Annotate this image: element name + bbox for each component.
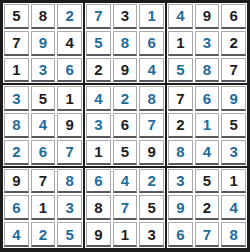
sudoku-box-2: 731586294 [84, 2, 166, 84]
sudoku-box-1: 582794136 [2, 2, 84, 84]
cell-r9c2[interactable]: 2 [31, 222, 56, 247]
cell-r3c9[interactable]: 7 [221, 58, 246, 83]
cell-r2c2[interactable]: 9 [31, 31, 56, 56]
cell-r6c7[interactable]: 8 [168, 140, 193, 165]
cell-r7c5[interactable]: 4 [113, 169, 138, 194]
cell-r7c3[interactable]: 8 [57, 169, 82, 194]
cell-r2c5[interactable]: 8 [113, 31, 138, 56]
cell-r8c3[interactable]: 3 [57, 195, 82, 220]
cell-r1c7[interactable]: 4 [168, 4, 193, 29]
cell-r6c2[interactable]: 6 [31, 140, 56, 165]
cell-r9c8[interactable]: 7 [195, 222, 220, 247]
cell-r3c6[interactable]: 4 [139, 58, 164, 83]
sudoku-box-3: 496132587 [166, 2, 248, 84]
cell-r1c9[interactable]: 6 [221, 4, 246, 29]
cell-r4c4[interactable]: 4 [86, 86, 111, 111]
cell-r6c1[interactable]: 2 [4, 140, 29, 165]
sudoku-box-8: 642875913 [84, 167, 166, 249]
cell-r7c1[interactable]: 9 [4, 169, 29, 194]
cell-r5c1[interactable]: 8 [4, 113, 29, 138]
cell-r7c2[interactable]: 7 [31, 169, 56, 194]
cell-r7c7[interactable]: 3 [168, 169, 193, 194]
cell-r2c3[interactable]: 4 [57, 31, 82, 56]
cell-r5c2[interactable]: 4 [31, 113, 56, 138]
sudoku-board: 5827941367315862944961325873518492674283… [0, 0, 250, 252]
cell-r7c6[interactable]: 2 [139, 169, 164, 194]
cell-r2c7[interactable]: 1 [168, 31, 193, 56]
cell-r3c7[interactable]: 5 [168, 58, 193, 83]
cell-r8c4[interactable]: 8 [86, 195, 111, 220]
cell-r9c3[interactable]: 5 [57, 222, 82, 247]
cell-r3c8[interactable]: 8 [195, 58, 220, 83]
cell-r1c2[interactable]: 8 [31, 4, 56, 29]
sudoku-box-6: 769215843 [166, 84, 248, 166]
cell-r5c5[interactable]: 6 [113, 113, 138, 138]
cell-r6c9[interactable]: 3 [221, 140, 246, 165]
cell-r9c6[interactable]: 3 [139, 222, 164, 247]
sudoku-box-7: 978613425 [2, 167, 84, 249]
cell-r6c4[interactable]: 1 [86, 140, 111, 165]
cell-r3c1[interactable]: 1 [4, 58, 29, 83]
cell-r1c5[interactable]: 3 [113, 4, 138, 29]
cell-r9c4[interactable]: 9 [86, 222, 111, 247]
cell-r6c8[interactable]: 4 [195, 140, 220, 165]
cell-r5c9[interactable]: 5 [221, 113, 246, 138]
cell-r1c8[interactable]: 9 [195, 4, 220, 29]
sudoku-box-9: 351924678 [166, 167, 248, 249]
cell-r4c3[interactable]: 1 [57, 86, 82, 111]
cell-r1c3[interactable]: 2 [57, 4, 82, 29]
cell-r4c7[interactable]: 7 [168, 86, 193, 111]
cell-r1c4[interactable]: 7 [86, 4, 111, 29]
cell-r2c1[interactable]: 7 [4, 31, 29, 56]
sudoku-box-5: 428367159 [84, 84, 166, 166]
cell-r2c4[interactable]: 5 [86, 31, 111, 56]
cell-r4c6[interactable]: 8 [139, 86, 164, 111]
cell-r7c4[interactable]: 6 [86, 169, 111, 194]
cell-r8c9[interactable]: 4 [221, 195, 246, 220]
cell-r4c1[interactable]: 3 [4, 86, 29, 111]
cell-r4c8[interactable]: 6 [195, 86, 220, 111]
cell-r8c2[interactable]: 1 [31, 195, 56, 220]
cell-r1c1[interactable]: 5 [4, 4, 29, 29]
cell-r5c7[interactable]: 2 [168, 113, 193, 138]
cell-r9c5[interactable]: 1 [113, 222, 138, 247]
sudoku-box-4: 351849267 [2, 84, 84, 166]
cell-r3c2[interactable]: 3 [31, 58, 56, 83]
cell-r8c8[interactable]: 2 [195, 195, 220, 220]
cell-r7c9[interactable]: 1 [221, 169, 246, 194]
cell-r3c5[interactable]: 9 [113, 58, 138, 83]
cell-r8c5[interactable]: 7 [113, 195, 138, 220]
cell-r3c4[interactable]: 2 [86, 58, 111, 83]
cell-r3c3[interactable]: 6 [57, 58, 82, 83]
cell-r9c9[interactable]: 8 [221, 222, 246, 247]
cell-r6c6[interactable]: 9 [139, 140, 164, 165]
cell-r2c6[interactable]: 6 [139, 31, 164, 56]
cell-r4c9[interactable]: 9 [221, 86, 246, 111]
cell-r8c6[interactable]: 5 [139, 195, 164, 220]
cell-r6c5[interactable]: 5 [113, 140, 138, 165]
cell-r7c8[interactable]: 5 [195, 169, 220, 194]
cell-r9c1[interactable]: 4 [4, 222, 29, 247]
cell-r6c3[interactable]: 7 [57, 140, 82, 165]
cell-r8c7[interactable]: 9 [168, 195, 193, 220]
cell-r1c6[interactable]: 1 [139, 4, 164, 29]
cell-r2c9[interactable]: 2 [221, 31, 246, 56]
cell-r5c8[interactable]: 1 [195, 113, 220, 138]
cell-r5c6[interactable]: 7 [139, 113, 164, 138]
cell-r4c5[interactable]: 2 [113, 86, 138, 111]
cell-r5c4[interactable]: 3 [86, 113, 111, 138]
cell-r8c1[interactable]: 6 [4, 195, 29, 220]
cell-r2c8[interactable]: 3 [195, 31, 220, 56]
cell-r5c3[interactable]: 9 [57, 113, 82, 138]
cell-r9c7[interactable]: 6 [168, 222, 193, 247]
cell-r4c2[interactable]: 5 [31, 86, 56, 111]
